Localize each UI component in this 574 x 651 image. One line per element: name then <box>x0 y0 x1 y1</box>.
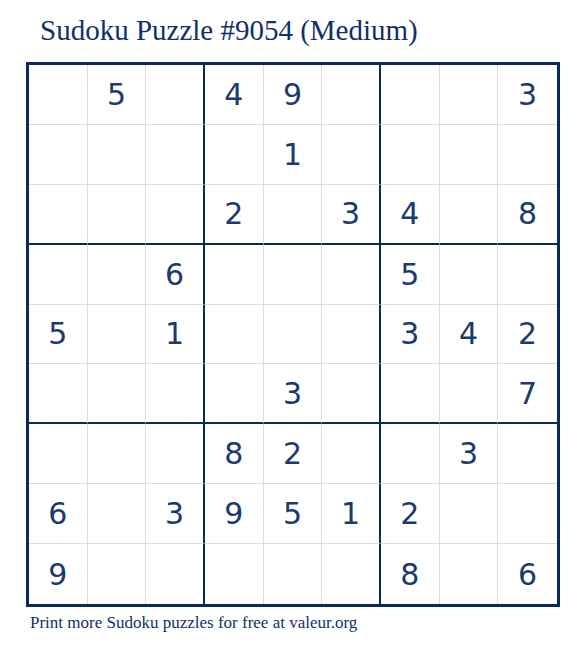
sudoku-cell-r5c3: 1 <box>146 305 205 365</box>
sudoku-cell-r5c1: 5 <box>29 305 88 365</box>
page-title: Sudoku Puzzle #9054 (Medium) <box>40 14 418 47</box>
sudoku-cell-r8c6: 1 <box>322 484 381 544</box>
sudoku-cell-r4c5 <box>264 245 323 305</box>
sudoku-cell-r2c2 <box>88 125 147 185</box>
sudoku-cell-r8c4: 9 <box>205 484 264 544</box>
sudoku-cell-r7c8: 3 <box>440 424 499 484</box>
sudoku-cell-r2c4 <box>205 125 264 185</box>
sudoku-cell-r7c7 <box>381 424 440 484</box>
sudoku-cell-r1c5: 9 <box>264 65 323 125</box>
sudoku-cell-r4c8 <box>440 245 499 305</box>
sudoku-cell-r1c9: 3 <box>498 65 557 125</box>
sudoku-cell-r3c8 <box>440 185 499 245</box>
sudoku-cell-r2c1 <box>29 125 88 185</box>
sudoku-cell-r6c2 <box>88 364 147 424</box>
sudoku-cell-r6c3 <box>146 364 205 424</box>
sudoku-cell-r6c7 <box>381 364 440 424</box>
sudoku-cell-r5c6 <box>322 305 381 365</box>
sudoku-cell-r6c4 <box>205 364 264 424</box>
sudoku-cell-r1c6 <box>322 65 381 125</box>
sudoku-cell-r8c7: 2 <box>381 484 440 544</box>
sudoku-cell-r1c8 <box>440 65 499 125</box>
sudoku-cell-r2c6 <box>322 125 381 185</box>
sudoku-cell-r8c9 <box>498 484 557 544</box>
sudoku-cell-r5c8: 4 <box>440 305 499 365</box>
sudoku-cell-r7c3 <box>146 424 205 484</box>
sudoku-cell-r9c8 <box>440 544 499 604</box>
sudoku-cell-r9c1: 9 <box>29 544 88 604</box>
sudoku-cell-r5c2 <box>88 305 147 365</box>
sudoku-cell-r4c6 <box>322 245 381 305</box>
sudoku-cell-r2c5: 1 <box>264 125 323 185</box>
sudoku-cell-r9c6 <box>322 544 381 604</box>
sudoku-cell-r3c7: 4 <box>381 185 440 245</box>
sudoku-cell-r4c2 <box>88 245 147 305</box>
sudoku-cell-r7c4: 8 <box>205 424 264 484</box>
sudoku-cell-r7c9 <box>498 424 557 484</box>
sudoku-cell-r1c2: 5 <box>88 65 147 125</box>
sudoku-cell-r9c2 <box>88 544 147 604</box>
sudoku-cell-r9c3 <box>146 544 205 604</box>
sudoku-cell-r9c4 <box>205 544 264 604</box>
sudoku-cell-r8c5: 5 <box>264 484 323 544</box>
sudoku-cell-r5c7: 3 <box>381 305 440 365</box>
sudoku-cell-r3c1 <box>29 185 88 245</box>
sudoku-print-page: Sudoku Puzzle #9054 (Medium) 54931234865… <box>0 0 574 651</box>
sudoku-cell-r8c1: 6 <box>29 484 88 544</box>
sudoku-cell-r5c5 <box>264 305 323 365</box>
sudoku-cell-r5c9: 2 <box>498 305 557 365</box>
sudoku-cell-r9c7: 8 <box>381 544 440 604</box>
sudoku-cell-r6c5: 3 <box>264 364 323 424</box>
sudoku-cell-r2c9 <box>498 125 557 185</box>
sudoku-cell-r9c9: 6 <box>498 544 557 604</box>
sudoku-cell-r4c3: 6 <box>146 245 205 305</box>
sudoku-cell-r7c5: 2 <box>264 424 323 484</box>
sudoku-cell-r7c6 <box>322 424 381 484</box>
sudoku-cell-r3c9: 8 <box>498 185 557 245</box>
sudoku-cell-r6c9: 7 <box>498 364 557 424</box>
sudoku-cell-r6c1 <box>29 364 88 424</box>
sudoku-cell-r8c3: 3 <box>146 484 205 544</box>
sudoku-cell-r2c7 <box>381 125 440 185</box>
sudoku-cell-r9c5 <box>264 544 323 604</box>
sudoku-cell-r7c1 <box>29 424 88 484</box>
footer-text: Print more Sudoku puzzles for free at va… <box>30 613 357 633</box>
sudoku-cell-r3c3 <box>146 185 205 245</box>
sudoku-board: 549312348655134237823639512986 <box>26 62 560 607</box>
sudoku-cell-r8c8 <box>440 484 499 544</box>
sudoku-cell-r5c4 <box>205 305 264 365</box>
sudoku-cell-r8c2 <box>88 484 147 544</box>
sudoku-cell-r4c1 <box>29 245 88 305</box>
sudoku-cell-r6c6 <box>322 364 381 424</box>
sudoku-cell-r2c8 <box>440 125 499 185</box>
sudoku-cell-r4c4 <box>205 245 264 305</box>
sudoku-cell-r7c2 <box>88 424 147 484</box>
sudoku-cell-r1c1 <box>29 65 88 125</box>
sudoku-cell-r4c9 <box>498 245 557 305</box>
sudoku-cell-r1c3 <box>146 65 205 125</box>
sudoku-cell-r1c7 <box>381 65 440 125</box>
sudoku-cell-r4c7: 5 <box>381 245 440 305</box>
sudoku-cell-r2c3 <box>146 125 205 185</box>
sudoku-cell-r3c2 <box>88 185 147 245</box>
sudoku-cell-r3c6: 3 <box>322 185 381 245</box>
sudoku-cell-r6c8 <box>440 364 499 424</box>
sudoku-cell-r3c4: 2 <box>205 185 264 245</box>
sudoku-cell-r3c5 <box>264 185 323 245</box>
sudoku-cell-r1c4: 4 <box>205 65 264 125</box>
